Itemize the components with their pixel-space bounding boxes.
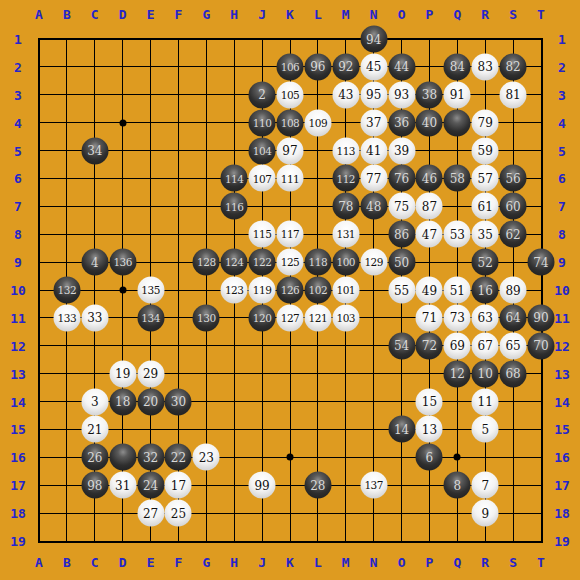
stone-black-76[interactable]: 76	[388, 165, 415, 192]
col-label-top-E: E	[147, 8, 155, 21]
move-number: 72	[422, 340, 437, 352]
stone-white-93[interactable]: 93	[388, 81, 415, 108]
row-label-right-10: 10	[554, 284, 570, 297]
col-label-bottom-B: B	[63, 556, 71, 569]
move-number: 108	[281, 117, 300, 128]
stone-white-21[interactable]: 21	[81, 416, 108, 443]
col-label-bottom-K: K	[286, 556, 294, 569]
stone-white-125[interactable]: 125	[277, 249, 304, 276]
stone-white-77[interactable]: 77	[360, 165, 387, 192]
move-number: 60	[505, 200, 520, 212]
row-label-left-15: 15	[10, 423, 26, 436]
stone-white-83[interactable]: 83	[472, 53, 499, 80]
stone-black-handicap-Q4[interactable]	[444, 109, 471, 136]
stone-white-23[interactable]: 23	[193, 444, 220, 471]
row-label-left-11: 11	[10, 311, 26, 324]
move-number: 137	[364, 480, 383, 491]
move-number: 6	[426, 451, 434, 463]
move-number: 2	[258, 89, 266, 101]
move-number: 89	[505, 284, 520, 296]
stone-black-8[interactable]: 8	[444, 472, 471, 499]
stone-black-20[interactable]: 20	[137, 388, 164, 415]
stone-black-132[interactable]: 132	[53, 277, 80, 304]
row-label-left-3: 3	[14, 88, 22, 101]
stone-black-128[interactable]: 128	[193, 249, 220, 276]
stone-white-115[interactable]: 115	[249, 221, 276, 248]
stone-white-107[interactable]: 107	[249, 165, 276, 192]
stone-white-55[interactable]: 55	[388, 277, 415, 304]
star-point-K16	[287, 454, 294, 461]
stone-white-35[interactable]: 35	[472, 221, 499, 248]
stone-black-58[interactable]: 58	[444, 165, 471, 192]
col-label-top-M: M	[342, 8, 350, 21]
stone-black-50[interactable]: 50	[388, 249, 415, 276]
stone-white-47[interactable]: 47	[416, 221, 443, 248]
move-number: 64	[505, 312, 520, 324]
stone-black-26[interactable]: 26	[81, 444, 108, 471]
col-label-bottom-E: E	[147, 556, 155, 569]
stone-black-10[interactable]: 10	[472, 360, 499, 387]
move-number: 99	[254, 479, 269, 491]
move-number: 61	[478, 200, 493, 212]
move-number: 18	[115, 396, 130, 408]
move-number: 112	[336, 173, 355, 184]
stone-black-98[interactable]: 98	[81, 472, 108, 499]
move-number: 110	[253, 117, 272, 128]
stone-white-41[interactable]: 41	[360, 137, 387, 164]
move-number: 100	[336, 257, 355, 268]
move-number: 73	[450, 312, 465, 324]
stone-black-68[interactable]: 68	[500, 360, 527, 387]
col-label-bottom-D: D	[119, 556, 127, 569]
stone-white-53[interactable]: 53	[444, 221, 471, 248]
move-number: 58	[450, 172, 465, 184]
stone-white-137[interactable]: 137	[360, 472, 387, 499]
stone-black-56[interactable]: 56	[500, 165, 527, 192]
stone-white-105[interactable]: 105	[277, 81, 304, 108]
move-number: 87	[422, 200, 437, 212]
move-number: 67	[478, 340, 493, 352]
move-number: 116	[225, 201, 244, 212]
stone-black-108[interactable]: 108	[277, 109, 304, 136]
move-number: 57	[478, 172, 493, 184]
move-number: 55	[394, 284, 409, 296]
move-number: 125	[281, 257, 300, 268]
col-label-top-L: L	[314, 8, 322, 21]
row-label-left-5: 5	[14, 144, 22, 157]
move-number: 49	[422, 284, 437, 296]
move-number: 45	[366, 61, 381, 73]
row-label-left-9: 9	[14, 256, 22, 269]
col-label-bottom-C: C	[91, 556, 99, 569]
move-number: 98	[87, 479, 102, 491]
move-number: 102	[309, 285, 328, 296]
move-number: 70	[533, 340, 548, 352]
stone-white-7[interactable]: 7	[472, 472, 499, 499]
stone-white-121[interactable]: 121	[304, 304, 331, 331]
move-number: 118	[309, 257, 328, 268]
col-label-bottom-A: A	[35, 556, 43, 569]
stone-black-14[interactable]: 14	[388, 416, 415, 443]
row-label-left-2: 2	[14, 60, 22, 73]
stone-white-15[interactable]: 15	[416, 388, 443, 415]
stone-black-44[interactable]: 44	[388, 53, 415, 80]
stone-black-118[interactable]: 118	[304, 249, 331, 276]
move-number: 26	[87, 451, 102, 463]
stone-white-27[interactable]: 27	[137, 500, 164, 527]
stone-white-103[interactable]: 103	[332, 304, 359, 331]
stone-white-37[interactable]: 37	[360, 109, 387, 136]
star-point-D10	[119, 287, 126, 294]
col-label-bottom-G: G	[202, 556, 210, 569]
stone-white-97[interactable]: 97	[277, 137, 304, 164]
move-number: 36	[394, 117, 409, 129]
stone-black-82[interactable]: 82	[500, 53, 527, 80]
move-number: 115	[253, 229, 272, 240]
stone-white-111[interactable]: 111	[277, 165, 304, 192]
stone-white-113[interactable]: 113	[332, 137, 359, 164]
move-number: 111	[281, 173, 300, 184]
stone-black-46[interactable]: 46	[416, 165, 443, 192]
move-number: 62	[505, 228, 520, 240]
move-number: 37	[366, 117, 381, 129]
stone-black-100[interactable]: 100	[332, 249, 359, 276]
move-number: 19	[115, 368, 130, 380]
move-number: 40	[422, 117, 437, 129]
stone-black-28[interactable]: 28	[304, 472, 331, 499]
move-number: 48	[366, 200, 381, 212]
move-number: 117	[281, 229, 300, 240]
col-label-bottom-F: F	[175, 556, 183, 569]
move-number: 8	[454, 479, 462, 491]
row-label-right-19: 19	[554, 535, 570, 548]
stone-white-5[interactable]: 5	[472, 416, 499, 443]
stone-white-33[interactable]: 33	[81, 304, 108, 331]
stone-black-130[interactable]: 130	[193, 304, 220, 331]
stone-black-60[interactable]: 60	[500, 193, 527, 220]
go-board-diagram: AABBCCDDEEFFGGHHJJKKLLMMNNOOPPQQRRSSTT11…	[0, 0, 580, 580]
stone-white-9[interactable]: 9	[472, 500, 499, 527]
move-number: 15	[422, 396, 437, 408]
row-label-left-13: 13	[10, 367, 26, 380]
stone-white-51[interactable]: 51	[444, 277, 471, 304]
move-number: 119	[253, 285, 272, 296]
stone-white-67[interactable]: 67	[472, 332, 499, 359]
stone-black-54[interactable]: 54	[388, 332, 415, 359]
row-label-left-1: 1	[14, 33, 22, 46]
stone-black-2[interactable]: 2	[249, 81, 276, 108]
stone-black-86[interactable]: 86	[388, 221, 415, 248]
move-number: 53	[450, 228, 465, 240]
move-number: 121	[309, 313, 328, 324]
move-number: 50	[394, 256, 409, 268]
stone-white-117[interactable]: 117	[277, 221, 304, 248]
col-label-bottom-R: R	[481, 556, 489, 569]
stone-black-36[interactable]: 36	[388, 109, 415, 136]
stone-white-109[interactable]: 109	[304, 109, 331, 136]
move-number: 92	[338, 61, 353, 73]
col-label-top-J: J	[258, 8, 266, 21]
move-number: 109	[309, 117, 328, 128]
row-label-left-18: 18	[10, 507, 26, 520]
stone-white-87[interactable]: 87	[416, 193, 443, 220]
stone-white-19[interactable]: 19	[109, 360, 136, 387]
row-label-right-1: 1	[558, 33, 566, 46]
move-number: 107	[253, 173, 272, 184]
move-number: 43	[338, 89, 353, 101]
row-label-right-14: 14	[554, 395, 570, 408]
stone-white-99[interactable]: 99	[249, 472, 276, 499]
row-label-left-8: 8	[14, 228, 22, 241]
col-label-top-A: A	[35, 8, 43, 21]
star-point-Q16	[454, 454, 461, 461]
move-number: 127	[281, 313, 300, 324]
col-label-bottom-S: S	[509, 556, 517, 569]
move-number: 16	[478, 284, 493, 296]
col-label-bottom-N: N	[370, 556, 378, 569]
move-number: 135	[141, 285, 160, 296]
move-number: 81	[505, 89, 520, 101]
stone-black-122[interactable]: 122	[249, 249, 276, 276]
stone-black-92[interactable]: 92	[332, 53, 359, 80]
stone-white-119[interactable]: 119	[249, 277, 276, 304]
stone-black-96[interactable]: 96	[304, 53, 331, 80]
stone-white-39[interactable]: 39	[388, 137, 415, 164]
move-number: 56	[505, 172, 520, 184]
stone-white-63[interactable]: 63	[472, 304, 499, 331]
move-number: 12	[450, 368, 465, 380]
move-number: 29	[143, 368, 158, 380]
col-label-bottom-H: H	[230, 556, 238, 569]
col-label-top-N: N	[370, 8, 378, 21]
row-label-right-4: 4	[558, 116, 566, 129]
stone-black-74[interactable]: 74	[528, 249, 555, 276]
stone-black-70[interactable]: 70	[528, 332, 555, 359]
move-number: 95	[366, 89, 381, 101]
move-number: 84	[450, 61, 465, 73]
stone-white-43[interactable]: 43	[332, 81, 359, 108]
stone-black-112[interactable]: 112	[332, 165, 359, 192]
move-number: 27	[143, 507, 158, 519]
stone-white-89[interactable]: 89	[500, 277, 527, 304]
stone-white-3[interactable]: 3	[81, 388, 108, 415]
stone-black-90[interactable]: 90	[528, 304, 555, 331]
move-number: 28	[310, 479, 325, 491]
stone-black-16[interactable]: 16	[472, 277, 499, 304]
row-label-left-19: 19	[10, 535, 26, 548]
move-number: 59	[478, 145, 493, 157]
stone-black-4[interactable]: 4	[81, 249, 108, 276]
col-label-top-D: D	[119, 8, 127, 21]
stone-white-101[interactable]: 101	[332, 277, 359, 304]
row-label-right-15: 15	[554, 423, 570, 436]
move-number: 34	[87, 145, 102, 157]
move-number: 32	[143, 451, 158, 463]
stone-black-22[interactable]: 22	[165, 444, 192, 471]
move-number: 54	[394, 340, 409, 352]
move-number: 104	[253, 145, 272, 156]
move-number: 33	[87, 312, 102, 324]
stone-black-84[interactable]: 84	[444, 53, 471, 80]
move-number: 17	[171, 479, 186, 491]
row-label-right-13: 13	[554, 367, 570, 380]
stone-black-102[interactable]: 102	[304, 277, 331, 304]
stone-white-123[interactable]: 123	[221, 277, 248, 304]
stone-white-91[interactable]: 91	[444, 81, 471, 108]
star-point-D4	[119, 119, 126, 126]
stone-white-57[interactable]: 57	[472, 165, 499, 192]
stone-black-34[interactable]: 34	[81, 137, 108, 164]
stone-black-40[interactable]: 40	[416, 109, 443, 136]
col-label-top-Q: Q	[453, 8, 461, 21]
move-number: 124	[225, 257, 244, 268]
stone-white-13[interactable]: 13	[416, 416, 443, 443]
stone-white-133[interactable]: 133	[53, 304, 80, 331]
stone-white-75[interactable]: 75	[388, 193, 415, 220]
stone-black-12[interactable]: 12	[444, 360, 471, 387]
move-number: 21	[87, 423, 102, 435]
move-number: 132	[58, 285, 77, 296]
move-number: 22	[171, 451, 186, 463]
move-number: 126	[281, 285, 300, 296]
stone-white-131[interactable]: 131	[332, 221, 359, 248]
stone-black-18[interactable]: 18	[109, 388, 136, 415]
row-label-left-17: 17	[10, 479, 26, 492]
row-label-right-7: 7	[558, 200, 566, 213]
move-number: 76	[394, 172, 409, 184]
move-number: 122	[253, 257, 272, 268]
row-label-left-7: 7	[14, 200, 22, 213]
stone-white-25[interactable]: 25	[165, 500, 192, 527]
col-label-top-S: S	[509, 8, 517, 21]
stone-black-handicap-D16[interactable]	[109, 444, 136, 471]
stone-black-120[interactable]: 120	[249, 304, 276, 331]
stone-black-114[interactable]: 114	[221, 165, 248, 192]
move-number: 63	[478, 312, 493, 324]
stone-white-61[interactable]: 61	[472, 193, 499, 220]
stone-white-69[interactable]: 69	[444, 332, 471, 359]
move-number: 23	[199, 451, 214, 463]
move-number: 75	[394, 200, 409, 212]
stone-black-116[interactable]: 116	[221, 193, 248, 220]
stone-white-79[interactable]: 79	[472, 109, 499, 136]
move-number: 129	[364, 257, 383, 268]
stone-white-31[interactable]: 31	[109, 472, 136, 499]
move-number: 136	[113, 257, 132, 268]
col-label-top-C: C	[91, 8, 99, 21]
stone-white-135[interactable]: 135	[137, 277, 164, 304]
col-label-bottom-O: O	[398, 556, 406, 569]
stone-black-106[interactable]: 106	[277, 53, 304, 80]
move-number: 131	[336, 229, 355, 240]
move-number: 69	[450, 340, 465, 352]
stone-white-45[interactable]: 45	[360, 53, 387, 80]
stone-white-71[interactable]: 71	[416, 304, 443, 331]
move-number: 31	[115, 479, 130, 491]
stone-black-30[interactable]: 30	[165, 388, 192, 415]
move-number: 11	[478, 396, 493, 408]
move-number: 20	[143, 396, 158, 408]
stone-black-64[interactable]: 64	[500, 304, 527, 331]
stone-black-38[interactable]: 38	[416, 81, 443, 108]
move-number: 93	[394, 89, 409, 101]
stone-white-127[interactable]: 127	[277, 304, 304, 331]
stone-white-129[interactable]: 129	[360, 249, 387, 276]
row-label-left-4: 4	[14, 116, 22, 129]
move-number: 39	[394, 145, 409, 157]
row-label-right-16: 16	[554, 451, 570, 464]
stone-black-62[interactable]: 62	[500, 221, 527, 248]
stone-white-29[interactable]: 29	[137, 360, 164, 387]
col-label-bottom-P: P	[426, 556, 434, 569]
stone-black-94[interactable]: 94	[360, 26, 387, 53]
move-number: 91	[450, 89, 465, 101]
stone-black-78[interactable]: 78	[332, 193, 359, 220]
stone-black-134[interactable]: 134	[137, 304, 164, 331]
stone-white-59[interactable]: 59	[472, 137, 499, 164]
stone-black-48[interactable]: 48	[360, 193, 387, 220]
row-label-left-6: 6	[14, 172, 22, 185]
move-number: 35	[478, 228, 493, 240]
stone-black-32[interactable]: 32	[137, 444, 164, 471]
stone-white-49[interactable]: 49	[416, 277, 443, 304]
col-label-top-R: R	[481, 8, 489, 21]
col-label-bottom-M: M	[342, 556, 350, 569]
stone-white-95[interactable]: 95	[360, 81, 387, 108]
stone-black-52[interactable]: 52	[472, 249, 499, 276]
move-number: 7	[481, 479, 489, 491]
stone-black-104[interactable]: 104	[249, 137, 276, 164]
stone-white-11[interactable]: 11	[472, 388, 499, 415]
stone-black-72[interactable]: 72	[416, 332, 443, 359]
col-label-bottom-L: L	[314, 556, 322, 569]
move-number: 24	[143, 479, 158, 491]
move-number: 10	[478, 368, 493, 380]
col-label-bottom-J: J	[258, 556, 266, 569]
stone-white-17[interactable]: 17	[165, 472, 192, 499]
move-number: 82	[505, 61, 520, 73]
stone-black-110[interactable]: 110	[249, 109, 276, 136]
move-number: 38	[422, 89, 437, 101]
row-label-left-10: 10	[10, 284, 26, 297]
move-number: 77	[366, 172, 381, 184]
stone-white-65[interactable]: 65	[500, 332, 527, 359]
stone-black-24[interactable]: 24	[137, 472, 164, 499]
move-number: 51	[450, 284, 465, 296]
move-number: 120	[253, 313, 272, 324]
move-number: 133	[58, 313, 77, 324]
move-number: 30	[171, 396, 186, 408]
row-label-right-2: 2	[558, 60, 566, 73]
col-label-top-G: G	[202, 8, 210, 21]
stone-black-136[interactable]: 136	[109, 249, 136, 276]
move-number: 123	[225, 285, 244, 296]
stone-white-81[interactable]: 81	[500, 81, 527, 108]
move-number: 41	[366, 145, 381, 157]
stone-white-73[interactable]: 73	[444, 304, 471, 331]
move-number: 97	[282, 145, 297, 157]
col-label-top-B: B	[63, 8, 71, 21]
stone-black-126[interactable]: 126	[277, 277, 304, 304]
col-label-top-K: K	[286, 8, 294, 21]
col-label-top-T: T	[537, 8, 545, 21]
stone-black-6[interactable]: 6	[416, 444, 443, 471]
move-number: 79	[478, 117, 493, 129]
move-number: 14	[394, 423, 409, 435]
move-number: 74	[533, 256, 548, 268]
stone-black-124[interactable]: 124	[221, 249, 248, 276]
move-number: 68	[505, 368, 520, 380]
